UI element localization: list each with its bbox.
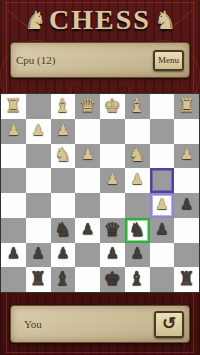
cpu-pawn[interactable]: ♟ bbox=[7, 123, 20, 138]
opponent-name-label: Cpu (12) bbox=[16, 54, 153, 66]
square-a7[interactable]: ♟ bbox=[1, 119, 26, 144]
cpu-king[interactable]: ♚ bbox=[104, 96, 121, 115]
square-h8[interactable]: ♜ bbox=[174, 94, 199, 119]
you-rook[interactable]: ♜ bbox=[30, 269, 47, 288]
you-bishop[interactable]: ♝ bbox=[54, 269, 71, 288]
square-c7[interactable]: ♟ bbox=[51, 119, 76, 144]
square-d7[interactable] bbox=[75, 119, 100, 144]
square-g5[interactable] bbox=[150, 168, 175, 193]
square-d5[interactable] bbox=[75, 168, 100, 193]
you-pawn[interactable]: ♟ bbox=[81, 222, 94, 237]
square-d1[interactable] bbox=[75, 267, 100, 292]
square-b5[interactable] bbox=[26, 168, 51, 193]
square-a5[interactable] bbox=[1, 168, 26, 193]
undo-icon: ↺ bbox=[162, 315, 176, 332]
square-f8[interactable]: ♝ bbox=[125, 94, 150, 119]
square-d6[interactable]: ♟ bbox=[75, 144, 100, 169]
square-h4[interactable]: ♟ bbox=[174, 193, 199, 218]
square-g3[interactable]: ♟ bbox=[150, 218, 175, 243]
you-pawn[interactable]: ♟ bbox=[56, 246, 69, 261]
square-c1[interactable]: ♝ bbox=[51, 267, 76, 292]
square-b2[interactable]: ♟ bbox=[26, 243, 51, 268]
square-f1[interactable]: ♝ bbox=[125, 267, 150, 292]
square-e1[interactable]: ♚ bbox=[100, 267, 125, 292]
cpu-pawn[interactable]: ♟ bbox=[81, 147, 94, 162]
square-h5[interactable] bbox=[174, 168, 199, 193]
title-row: ♞ CHESS ♞ bbox=[0, 1, 200, 39]
you-pawn[interactable]: ♟ bbox=[130, 246, 143, 261]
square-f3[interactable]: ♞ bbox=[125, 218, 150, 243]
square-a8[interactable]: ♜ bbox=[1, 94, 26, 119]
you-pawn[interactable]: ♟ bbox=[180, 197, 193, 212]
square-h2[interactable] bbox=[174, 243, 199, 268]
square-e3[interactable]: ♛ bbox=[100, 218, 125, 243]
square-b6[interactable] bbox=[26, 144, 51, 169]
knight-logo-icon-right: ♞ bbox=[154, 8, 176, 33]
you-knight[interactable]: ♞ bbox=[129, 220, 146, 239]
square-g7[interactable] bbox=[150, 119, 175, 144]
cpu-pawn[interactable]: ♟ bbox=[31, 123, 44, 138]
menu-button[interactable]: Menu bbox=[153, 50, 184, 71]
cpu-pawn[interactable]: ♟ bbox=[130, 172, 143, 187]
square-g2[interactable] bbox=[150, 243, 175, 268]
square-b8[interactable] bbox=[26, 94, 51, 119]
cpu-pawn[interactable]: ♟ bbox=[155, 197, 168, 212]
square-b3[interactable] bbox=[26, 218, 51, 243]
you-pawn[interactable]: ♟ bbox=[155, 222, 168, 237]
player-name-label: You bbox=[24, 318, 154, 330]
opponent-bar: Cpu (12) Menu bbox=[10, 42, 190, 78]
square-f2[interactable]: ♟ bbox=[125, 243, 150, 268]
you-pawn[interactable]: ♟ bbox=[106, 246, 119, 261]
square-d4[interactable] bbox=[75, 193, 100, 218]
square-a3[interactable] bbox=[1, 218, 26, 243]
square-g1[interactable] bbox=[150, 267, 175, 292]
square-a1[interactable] bbox=[1, 267, 26, 292]
square-a6[interactable] bbox=[1, 144, 26, 169]
you-pawn[interactable]: ♟ bbox=[7, 246, 20, 261]
square-h7[interactable] bbox=[174, 119, 199, 144]
you-rook[interactable]: ♜ bbox=[178, 269, 195, 288]
you-king[interactable]: ♚ bbox=[104, 269, 121, 288]
cpu-pawn[interactable]: ♟ bbox=[180, 147, 193, 162]
square-f7[interactable] bbox=[125, 119, 150, 144]
you-queen[interactable]: ♛ bbox=[104, 220, 121, 239]
square-e5[interactable]: ♟ bbox=[100, 168, 125, 193]
cpu-pawn[interactable]: ♟ bbox=[56, 123, 69, 138]
square-g4[interactable]: ♟ bbox=[150, 193, 175, 218]
square-f5[interactable]: ♟ bbox=[125, 168, 150, 193]
square-b1[interactable]: ♜ bbox=[26, 267, 51, 292]
square-e8[interactable]: ♚ bbox=[100, 94, 125, 119]
square-g8[interactable] bbox=[150, 94, 175, 119]
square-g6[interactable] bbox=[150, 144, 175, 169]
app-screen: ♞ CHESS ♞ Cpu (12) Menu ♜♝♛♚♝♜♟♟♟♞♟♞♟♟♟♟… bbox=[0, 0, 200, 355]
square-h1[interactable]: ♜ bbox=[174, 267, 199, 292]
square-c6[interactable]: ♞ bbox=[51, 144, 76, 169]
app-title: CHESS bbox=[49, 4, 151, 36]
player-bar: You ↺ bbox=[10, 305, 190, 343]
cpu-bishop[interactable]: ♝ bbox=[54, 96, 71, 115]
undo-button[interactable]: ↺ bbox=[154, 311, 184, 338]
square-h3[interactable] bbox=[174, 218, 199, 243]
square-b7[interactable]: ♟ bbox=[26, 119, 51, 144]
you-pawn[interactable]: ♟ bbox=[31, 246, 44, 261]
cpu-knight[interactable]: ♞ bbox=[129, 145, 146, 164]
square-e7[interactable] bbox=[100, 119, 125, 144]
cpu-queen[interactable]: ♛ bbox=[79, 96, 96, 115]
square-c5[interactable] bbox=[51, 168, 76, 193]
square-e2[interactable]: ♟ bbox=[100, 243, 125, 268]
square-f6[interactable]: ♞ bbox=[125, 144, 150, 169]
square-e6[interactable] bbox=[100, 144, 125, 169]
cpu-pawn[interactable]: ♟ bbox=[106, 172, 119, 187]
cpu-rook[interactable]: ♜ bbox=[5, 96, 22, 115]
background-ornament bbox=[6, 352, 194, 353]
square-d3[interactable]: ♟ bbox=[75, 218, 100, 243]
you-bishop[interactable]: ♝ bbox=[129, 269, 146, 288]
square-c3[interactable]: ♞ bbox=[51, 218, 76, 243]
square-c4[interactable] bbox=[51, 193, 76, 218]
cpu-rook[interactable]: ♜ bbox=[178, 96, 195, 115]
chess-board: ♜♝♛♚♝♜♟♟♟♞♟♞♟♟♟♟♟♞♟♛♞♟♟♟♟♟♟♜♝♚♝♜ bbox=[1, 94, 199, 292]
square-h6[interactable]: ♟ bbox=[174, 144, 199, 169]
square-f4[interactable] bbox=[125, 193, 150, 218]
square-a2[interactable]: ♟ bbox=[1, 243, 26, 268]
cpu-knight[interactable]: ♞ bbox=[54, 145, 71, 164]
square-c8[interactable]: ♝ bbox=[51, 94, 76, 119]
square-e4[interactable] bbox=[100, 193, 125, 218]
square-d2[interactable] bbox=[75, 243, 100, 268]
cpu-bishop[interactable]: ♝ bbox=[129, 96, 146, 115]
knight-logo-icon-left: ♞ bbox=[24, 8, 46, 33]
square-d8[interactable]: ♛ bbox=[75, 94, 100, 119]
square-c2[interactable]: ♟ bbox=[51, 243, 76, 268]
you-knight[interactable]: ♞ bbox=[54, 220, 71, 239]
square-b4[interactable] bbox=[26, 193, 51, 218]
square-a4[interactable] bbox=[1, 193, 26, 218]
